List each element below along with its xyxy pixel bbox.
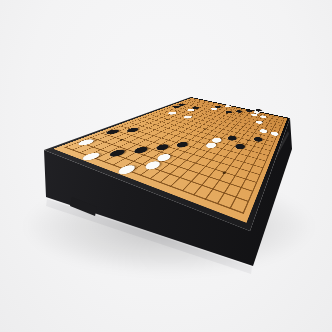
black-stone: ● — [104, 148, 129, 159]
white-stone: ● — [253, 120, 264, 125]
white-stone: ● — [73, 138, 98, 147]
white-stone: ● — [258, 114, 268, 118]
white-stone: ● — [222, 104, 232, 107]
black-stone: ● — [172, 140, 191, 149]
black-stone: ● — [231, 142, 247, 150]
black-stone: ● — [101, 128, 122, 135]
product-photo-stage: ●●●●●●●●●●●●●●●●●●●●●●●●●●●●●●●●●●● — [0, 0, 332, 332]
white-stone: ● — [180, 114, 194, 119]
white-stone: ● — [76, 151, 104, 163]
white-stone: ● — [267, 130, 279, 136]
black-stone: ● — [224, 134, 239, 141]
black-stone: ● — [250, 136, 263, 143]
black-stone: ● — [129, 145, 152, 155]
white-stone: ● — [112, 163, 139, 177]
white-stone: ● — [165, 111, 179, 116]
black-stone: ● — [151, 142, 172, 151]
black-stone: ● — [122, 126, 141, 133]
